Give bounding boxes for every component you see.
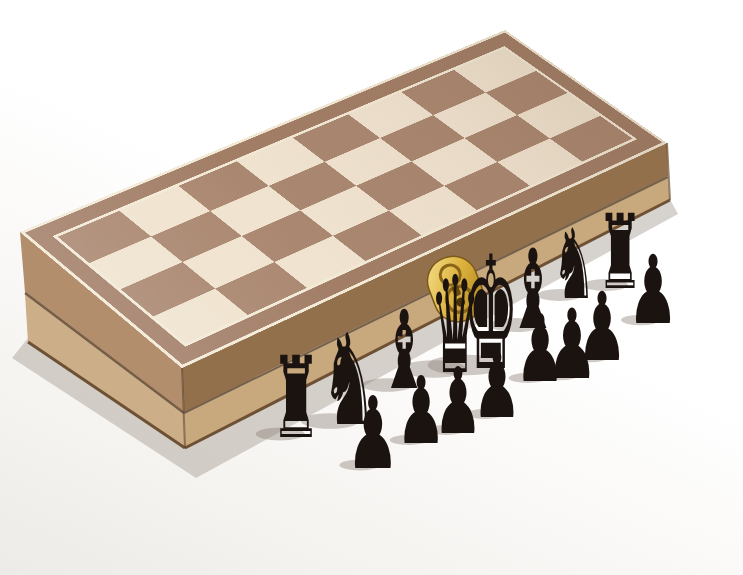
chess-box-scene: ♜♞♟♝♟♚♛♟♟♝♟♞♟♜♟♟	[0, 0, 743, 575]
chess-pieces-layer: ♜♞♟♝♟♚♛♟♟♝♟♞♟♜♟♟	[0, 0, 743, 575]
chess-piece-rook: ♜	[271, 332, 321, 464]
chess-piece-pawn: ♟	[346, 375, 400, 491]
chess-piece-pawn: ♟	[627, 234, 678, 344]
chess-piece-pawn: ♟	[396, 357, 446, 465]
chess-piece-pawn: ♟	[515, 295, 565, 403]
